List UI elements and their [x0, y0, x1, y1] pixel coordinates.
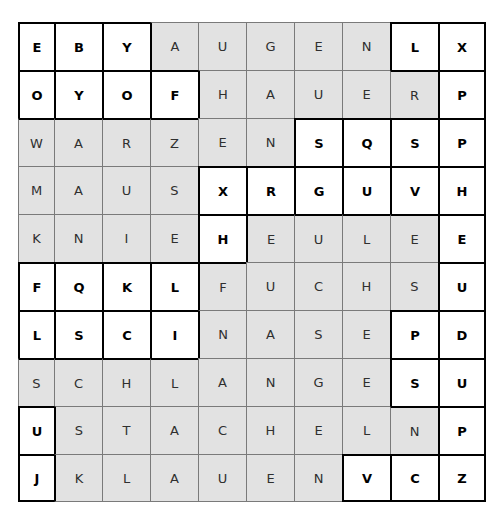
grid-cell-r8c7[interactable]: G	[294, 358, 342, 406]
grid-cell-r1c7[interactable]: E	[294, 22, 342, 70]
grid-cell-r10c2[interactable]: K	[54, 454, 102, 502]
grid-cell-r10c7[interactable]: N	[294, 454, 342, 502]
grid-cell-r9c10[interactable]: P	[438, 406, 486, 454]
grid-cell-r2c7[interactable]: U	[294, 70, 342, 118]
grid-cell-r10c8[interactable]: V	[342, 454, 390, 502]
grid-cell-r4c5[interactable]: X	[198, 166, 246, 214]
grid-cell-r10c4[interactable]: A	[150, 454, 198, 502]
grid-cell-r6c10[interactable]: U	[438, 262, 486, 310]
grid-cell-r1c2[interactable]: B	[54, 22, 102, 70]
grid-cell-r2c9[interactable]: R	[390, 70, 438, 118]
grid-cell-r3c2[interactable]: A	[54, 118, 102, 166]
grid-cell-r4c3[interactable]: U	[102, 166, 150, 214]
grid-cell-r6c3[interactable]: K	[102, 262, 150, 310]
grid-cell-r1c10[interactable]: X	[438, 22, 486, 70]
grid-cell-r5c3[interactable]: I	[102, 214, 150, 262]
grid-cell-r9c5[interactable]: C	[198, 406, 246, 454]
grid-cell-r4c7[interactable]: G	[294, 166, 342, 214]
grid-cell-r9c1[interactable]: U	[18, 406, 54, 454]
grid-cell-r9c7[interactable]: E	[294, 406, 342, 454]
word-search-board: EBYAUGENLXOYOFHAUERPWARZENSQSPMAUSXRGUVH…	[18, 22, 486, 502]
grid-cell-r3c5[interactable]: E	[198, 118, 246, 166]
grid-cell-r10c9[interactable]: C	[390, 454, 438, 502]
grid-cell-r5c10[interactable]: E	[438, 214, 486, 262]
grid-cell-r9c2[interactable]: S	[54, 406, 102, 454]
grid-cell-r10c5[interactable]: U	[198, 454, 246, 502]
grid-cell-r3c7[interactable]: S	[294, 118, 342, 166]
grid-cell-r10c1[interactable]: J	[18, 454, 54, 502]
grid-cell-r9c4[interactable]: A	[150, 406, 198, 454]
grid-cell-r9c3[interactable]: T	[102, 406, 150, 454]
grid-cell-r7c4[interactable]: I	[150, 310, 198, 358]
grid-cell-r8c10[interactable]: U	[438, 358, 486, 406]
grid-cell-r2c6[interactable]: A	[246, 70, 294, 118]
grid-cell-r9c6[interactable]: H	[246, 406, 294, 454]
grid-cell-r10c3[interactable]: L	[102, 454, 150, 502]
grid-cell-r8c4[interactable]: L	[150, 358, 198, 406]
grid-cell-r2c1[interactable]: O	[18, 70, 54, 118]
grid-cell-r5c2[interactable]: N	[54, 214, 102, 262]
grid-cell-r8c2[interactable]: C	[54, 358, 102, 406]
grid-cell-r7c10[interactable]: D	[438, 310, 486, 358]
grid-cell-r3c9[interactable]: S	[390, 118, 438, 166]
grid-cell-r4c8[interactable]: U	[342, 166, 390, 214]
grid-cell-r3c10[interactable]: P	[438, 118, 486, 166]
grid-cell-r3c6[interactable]: N	[246, 118, 294, 166]
grid-cell-r8c3[interactable]: H	[102, 358, 150, 406]
grid-cell-r4c2[interactable]: A	[54, 166, 102, 214]
grid-cell-r6c9[interactable]: S	[390, 262, 438, 310]
grid-cell-r6c2[interactable]: Q	[54, 262, 102, 310]
grid-cell-r2c5[interactable]: H	[198, 70, 246, 118]
grid-cell-r7c6[interactable]: A	[246, 310, 294, 358]
grid-cell-r10c10[interactable]: Z	[438, 454, 486, 502]
grid-cell-r7c2[interactable]: S	[54, 310, 102, 358]
grid-cell-r2c10[interactable]: P	[438, 70, 486, 118]
grid-cell-r6c6[interactable]: U	[246, 262, 294, 310]
grid-cell-r2c4[interactable]: F	[150, 70, 198, 118]
grid-cell-r5c7[interactable]: U	[294, 214, 342, 262]
grid-cell-r6c8[interactable]: H	[342, 262, 390, 310]
grid-cell-r2c8[interactable]: E	[342, 70, 390, 118]
grid-cell-r7c9[interactable]: P	[390, 310, 438, 358]
grid-cell-r8c6[interactable]: N	[246, 358, 294, 406]
grid-cell-r1c8[interactable]: N	[342, 22, 390, 70]
grid-cell-r7c1[interactable]: L	[18, 310, 54, 358]
grid-cell-r3c8[interactable]: Q	[342, 118, 390, 166]
grid-cell-r8c1[interactable]: S	[18, 358, 54, 406]
grid-cell-r2c2[interactable]: Y	[54, 70, 102, 118]
grid-cell-r5c5[interactable]: H	[198, 214, 246, 262]
grid-cell-r2c3[interactable]: O	[102, 70, 150, 118]
grid-cell-r4c4[interactable]: S	[150, 166, 198, 214]
grid-cell-r8c5[interactable]: A	[198, 358, 246, 406]
grid-cell-r8c9[interactable]: S	[390, 358, 438, 406]
grid-cell-r3c4[interactable]: Z	[150, 118, 198, 166]
grid-cell-r5c6[interactable]: E	[246, 214, 294, 262]
grid-cell-r6c7[interactable]: C	[294, 262, 342, 310]
grid-cell-r7c3[interactable]: C	[102, 310, 150, 358]
grid-cell-r6c4[interactable]: L	[150, 262, 198, 310]
grid-cell-r5c4[interactable]: E	[150, 214, 198, 262]
grid-cell-r9c9[interactable]: N	[390, 406, 438, 454]
grid-cell-r6c1[interactable]: F	[18, 262, 54, 310]
grid-cell-r1c3[interactable]: Y	[102, 22, 150, 70]
grid-cell-r4c1[interactable]: M	[18, 166, 54, 214]
grid-cell-r1c4[interactable]: A	[150, 22, 198, 70]
grid-cell-r9c8[interactable]: L	[342, 406, 390, 454]
grid-cell-r5c8[interactable]: L	[342, 214, 390, 262]
grid-cell-r3c1[interactable]: W	[18, 118, 54, 166]
grid-cell-r3c3[interactable]: R	[102, 118, 150, 166]
grid-cell-r1c1[interactable]: E	[18, 22, 54, 70]
grid-cell-r7c5[interactable]: N	[198, 310, 246, 358]
grid-cell-r10c6[interactable]: E	[246, 454, 294, 502]
word-search-worksheet: { "game": "word-search", "board": { "row…	[0, 0, 500, 520]
grid-cell-r4c9[interactable]: V	[390, 166, 438, 214]
grid-cell-r1c5[interactable]: U	[198, 22, 246, 70]
grid-cell-r1c9[interactable]: L	[390, 22, 438, 70]
grid-cell-r7c8[interactable]: E	[342, 310, 390, 358]
grid-cell-r1c6[interactable]: G	[246, 22, 294, 70]
grid-cell-r4c10[interactable]: H	[438, 166, 486, 214]
grid-cell-r7c7[interactable]: S	[294, 310, 342, 358]
grid-cell-r5c9[interactable]: E	[390, 214, 438, 262]
grid-cell-r5c1[interactable]: K	[18, 214, 54, 262]
grid-cell-r8c8[interactable]: E	[342, 358, 390, 406]
grid-cell-r4c6[interactable]: R	[246, 166, 294, 214]
grid-cell-r6c5[interactable]: F	[198, 262, 246, 310]
